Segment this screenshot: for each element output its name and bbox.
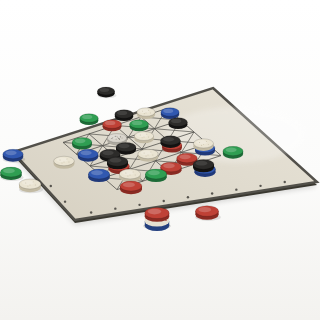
disc-green[interactable] xyxy=(223,146,243,158)
disc-blue[interactable] xyxy=(161,108,179,119)
disc-white[interactable] xyxy=(137,108,155,119)
disc-white[interactable] xyxy=(119,169,140,182)
disc-blue[interactable] xyxy=(88,169,109,182)
disc-white[interactable] xyxy=(138,149,158,161)
board-game-photo xyxy=(0,0,320,320)
edge-dot xyxy=(114,207,116,209)
disc-black[interactable] xyxy=(169,118,188,129)
disc-red[interactable] xyxy=(120,181,142,194)
edge-dot xyxy=(259,185,261,187)
edge-dot xyxy=(235,188,237,190)
disc-green[interactable] xyxy=(145,169,166,182)
disc-black-on-blue[interactable] xyxy=(193,160,215,177)
edge-dot xyxy=(163,200,165,202)
edge-dot xyxy=(211,192,213,194)
front-piece-stack[interactable] xyxy=(143,207,170,231)
edge-dot xyxy=(138,204,140,206)
disc-green[interactable] xyxy=(130,120,149,131)
disc-white-on-blue[interactable] xyxy=(194,139,215,156)
scene xyxy=(0,0,320,320)
disc-white[interactable] xyxy=(134,132,153,144)
edge-dot xyxy=(50,185,52,187)
disc-red[interactable] xyxy=(103,120,122,131)
edge-dot xyxy=(187,196,189,198)
edge-dot xyxy=(284,181,286,183)
edge-dot xyxy=(90,211,92,213)
disc-black[interactable] xyxy=(115,110,133,121)
disc-green[interactable] xyxy=(72,137,92,149)
disc-green[interactable] xyxy=(0,167,23,181)
disc-green[interactable] xyxy=(80,114,99,125)
disc-blue[interactable] xyxy=(78,149,98,161)
edge-dot xyxy=(64,200,66,202)
disc-black[interactable] xyxy=(97,87,116,98)
disc-white[interactable] xyxy=(54,156,75,169)
disc-red[interactable] xyxy=(195,206,221,221)
disc-black-on-red[interactable] xyxy=(161,136,182,153)
